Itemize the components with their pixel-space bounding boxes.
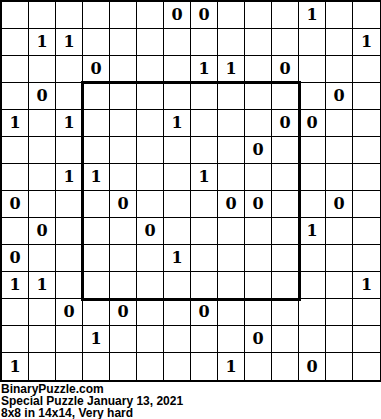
cell-r6c9[interactable]: [218, 137, 245, 164]
cell-r4c6[interactable]: [137, 83, 164, 110]
cell-r7c10[interactable]: [245, 164, 272, 191]
cell-r8c2[interactable]: [29, 191, 56, 218]
cell-r4c3[interactable]: [56, 83, 83, 110]
cell-r2c11[interactable]: [272, 29, 299, 56]
cell-r11c12[interactable]: [299, 272, 326, 299]
cell-r7c2[interactable]: [29, 164, 56, 191]
cell-r11c13[interactable]: [326, 272, 353, 299]
cell-r5c11: 0: [272, 110, 299, 137]
cell-r13c2[interactable]: [29, 326, 56, 353]
cell-r5c10[interactable]: [245, 110, 272, 137]
cell-r2c10[interactable]: [245, 29, 272, 56]
cell-r9c8[interactable]: [191, 218, 218, 245]
cell-r10c13[interactable]: [326, 245, 353, 272]
cell-r10c9[interactable]: [218, 245, 245, 272]
cell-r6c1[interactable]: [2, 137, 29, 164]
cell-r6c14[interactable]: [353, 137, 380, 164]
cell-r1c7: 0: [164, 2, 191, 29]
cell-r8c11[interactable]: [272, 191, 299, 218]
cell-r1c9[interactable]: [218, 2, 245, 29]
cell-r4c8[interactable]: [191, 83, 218, 110]
cell-r1c2[interactable]: [29, 2, 56, 29]
cell-r7c11[interactable]: [272, 164, 299, 191]
cell-r9c11[interactable]: [272, 218, 299, 245]
cell-r11c11[interactable]: [272, 272, 299, 299]
cell-r4c1[interactable]: [2, 83, 29, 110]
cell-r14c5[interactable]: [110, 353, 137, 380]
cell-r10c5[interactable]: [110, 245, 137, 272]
cell-r4c10[interactable]: [245, 83, 272, 110]
cell-r12c11[interactable]: [272, 299, 299, 326]
cell-r13c5[interactable]: [110, 326, 137, 353]
cell-r14c6[interactable]: [137, 353, 164, 380]
cell-r14c4[interactable]: [83, 353, 110, 380]
cell-r9c9[interactable]: [218, 218, 245, 245]
cell-r2c7[interactable]: [164, 29, 191, 56]
cell-r1c10[interactable]: [245, 2, 272, 29]
cell-r2c6[interactable]: [137, 29, 164, 56]
cell-r6c11[interactable]: [272, 137, 299, 164]
cell-r12c2[interactable]: [29, 299, 56, 326]
cell-r12c13[interactable]: [326, 299, 353, 326]
cell-r1c1[interactable]: [2, 2, 29, 29]
cell-r6c4[interactable]: [83, 137, 110, 164]
cell-r5c1: 1: [2, 110, 29, 137]
cell-r9c12: 1: [299, 218, 326, 245]
cell-r14c10[interactable]: [245, 353, 272, 380]
cell-r6c7[interactable]: [164, 137, 191, 164]
cell-r3c8: 1: [191, 56, 218, 83]
cell-r12c7[interactable]: [164, 299, 191, 326]
cell-r4c9[interactable]: [218, 83, 245, 110]
cell-r11c3[interactable]: [56, 272, 83, 299]
cell-r7c4: 1: [83, 164, 110, 191]
cell-r9c14[interactable]: [353, 218, 380, 245]
cell-r8c5: 0: [110, 191, 137, 218]
cell-r4c5[interactable]: [110, 83, 137, 110]
cell-r4c7[interactable]: [164, 83, 191, 110]
cell-r8c7[interactable]: [164, 191, 191, 218]
cell-r4c12[interactable]: [299, 83, 326, 110]
cell-r2c2: 1: [29, 29, 56, 56]
cell-r12c14[interactable]: [353, 299, 380, 326]
cell-r7c1[interactable]: [2, 164, 29, 191]
cell-r6c12[interactable]: [299, 137, 326, 164]
cell-r6c6[interactable]: [137, 137, 164, 164]
puzzle-page: 0011110110001110001110000000101111000101…: [0, 0, 381, 419]
cell-r1c8: 0: [191, 2, 218, 29]
cell-r10c6[interactable]: [137, 245, 164, 272]
cell-r10c8[interactable]: [191, 245, 218, 272]
cell-r1c3[interactable]: [56, 2, 83, 29]
cell-r14c11[interactable]: [272, 353, 299, 380]
cell-r14c2[interactable]: [29, 353, 56, 380]
cell-r2c9[interactable]: [218, 29, 245, 56]
cell-r3c1[interactable]: [2, 56, 29, 83]
cell-r6c10: 0: [245, 137, 272, 164]
cell-r9c5[interactable]: [110, 218, 137, 245]
cell-r3c5[interactable]: [110, 56, 137, 83]
cell-r4c2: 0: [29, 83, 56, 110]
cell-r7c6[interactable]: [137, 164, 164, 191]
cell-r5c4[interactable]: [83, 110, 110, 137]
cell-r8c13: 0: [326, 191, 353, 218]
cell-r9c13[interactable]: [326, 218, 353, 245]
cell-r14c7[interactable]: [164, 353, 191, 380]
cell-r10c12[interactable]: [299, 245, 326, 272]
cell-r12c9[interactable]: [218, 299, 245, 326]
cell-r10c2[interactable]: [29, 245, 56, 272]
cell-r11c7[interactable]: [164, 272, 191, 299]
cell-r7c5[interactable]: [110, 164, 137, 191]
cell-r8c12[interactable]: [299, 191, 326, 218]
cell-r3c13[interactable]: [326, 56, 353, 83]
cell-r11c9[interactable]: [218, 272, 245, 299]
cell-r1c6[interactable]: [137, 2, 164, 29]
cell-r5c14[interactable]: [353, 110, 380, 137]
cell-r5c3: 1: [56, 110, 83, 137]
cell-r11c14: 1: [353, 272, 380, 299]
cell-r9c4[interactable]: [83, 218, 110, 245]
cell-r2c1[interactable]: [2, 29, 29, 56]
cell-r5c9[interactable]: [218, 110, 245, 137]
cell-r9c7[interactable]: [164, 218, 191, 245]
cell-r9c3[interactable]: [56, 218, 83, 245]
cell-r13c1[interactable]: [2, 326, 29, 353]
cell-r9c1[interactable]: [2, 218, 29, 245]
cell-r11c8[interactable]: [191, 272, 218, 299]
cell-r7c14[interactable]: [353, 164, 380, 191]
cell-r12c3: 0: [56, 299, 83, 326]
cell-r8c6[interactable]: [137, 191, 164, 218]
cell-r13c9[interactable]: [218, 326, 245, 353]
cell-r14c12: 0: [299, 353, 326, 380]
binary-puzzle-board: 0011110110001110001110000000101111000101…: [0, 0, 381, 382]
cell-r13c12[interactable]: [299, 326, 326, 353]
cell-r13c13[interactable]: [326, 326, 353, 353]
cell-r12c1[interactable]: [2, 299, 29, 326]
cell-r2c13[interactable]: [326, 29, 353, 56]
cell-r12c5: 0: [110, 299, 137, 326]
cell-r3c14[interactable]: [353, 56, 380, 83]
cell-r11c4[interactable]: [83, 272, 110, 299]
cell-r5c7: 1: [164, 110, 191, 137]
cell-r2c12[interactable]: [299, 29, 326, 56]
cell-r8c4[interactable]: [83, 191, 110, 218]
cell-r1c4[interactable]: [83, 2, 110, 29]
cell-r13c3[interactable]: [56, 326, 83, 353]
cell-r12c6[interactable]: [137, 299, 164, 326]
cell-r5c8[interactable]: [191, 110, 218, 137]
cell-r4c14[interactable]: [353, 83, 380, 110]
cell-r8c10: 0: [245, 191, 272, 218]
cell-r12c10[interactable]: [245, 299, 272, 326]
cell-r5c2[interactable]: [29, 110, 56, 137]
cell-r1c5[interactable]: [110, 2, 137, 29]
cell-r7c3: 1: [56, 164, 83, 191]
cell-r14c3[interactable]: [56, 353, 83, 380]
cell-r3c10[interactable]: [245, 56, 272, 83]
cell-r3c4: 0: [83, 56, 110, 83]
cell-r11c1: 1: [2, 272, 29, 299]
cell-r4c13: 0: [326, 83, 353, 110]
cell-r10c3[interactable]: [56, 245, 83, 272]
cell-r11c5[interactable]: [110, 272, 137, 299]
cell-r5c12: 0: [299, 110, 326, 137]
cell-r1c14[interactable]: [353, 2, 380, 29]
cell-r14c1: 1: [2, 353, 29, 380]
cell-r14c8[interactable]: [191, 353, 218, 380]
cell-r6c3[interactable]: [56, 137, 83, 164]
cell-r7c8: 1: [191, 164, 218, 191]
cell-r10c10[interactable]: [245, 245, 272, 272]
cell-r3c11: 0: [272, 56, 299, 83]
cell-r13c10: 0: [245, 326, 272, 353]
caption-puzzle-spec: 8x8 in 14x14, Very hard: [1, 407, 381, 419]
cell-r2c5[interactable]: [110, 29, 137, 56]
caption: BinaryPuzzle.com Special Puzzle January …: [0, 382, 381, 419]
cell-r7c7[interactable]: [164, 164, 191, 191]
cell-r7c12[interactable]: [299, 164, 326, 191]
cell-r5c6[interactable]: [137, 110, 164, 137]
cell-r2c3: 1: [56, 29, 83, 56]
cell-r5c13[interactable]: [326, 110, 353, 137]
cell-r8c1: 0: [2, 191, 29, 218]
cell-r12c12[interactable]: [299, 299, 326, 326]
cell-r9c2: 0: [29, 218, 56, 245]
cell-r13c7[interactable]: [164, 326, 191, 353]
cell-r6c13[interactable]: [326, 137, 353, 164]
cell-r1c11[interactable]: [272, 2, 299, 29]
cell-r8c9: 0: [218, 191, 245, 218]
cell-r2c14: 1: [353, 29, 380, 56]
cell-r1c13[interactable]: [326, 2, 353, 29]
cell-r14c14[interactable]: [353, 353, 380, 380]
cell-r13c8[interactable]: [191, 326, 218, 353]
cell-r10c7: 1: [164, 245, 191, 272]
cell-r5c5[interactable]: [110, 110, 137, 137]
cell-r9c6: 0: [137, 218, 164, 245]
cell-r13c6[interactable]: [137, 326, 164, 353]
cell-r13c14[interactable]: [353, 326, 380, 353]
cell-r3c6[interactable]: [137, 56, 164, 83]
cell-r3c3[interactable]: [56, 56, 83, 83]
cell-r14c13[interactable]: [326, 353, 353, 380]
cell-r2c4[interactable]: [83, 29, 110, 56]
cell-r7c9[interactable]: [218, 164, 245, 191]
cell-r3c9: 1: [218, 56, 245, 83]
cell-r4c11[interactable]: [272, 83, 299, 110]
cell-r3c7[interactable]: [164, 56, 191, 83]
cell-r11c6[interactable]: [137, 272, 164, 299]
cell-r10c11[interactable]: [272, 245, 299, 272]
cell-r12c8: 0: [191, 299, 218, 326]
cell-r7c13[interactable]: [326, 164, 353, 191]
cell-r3c2[interactable]: [29, 56, 56, 83]
cell-r14c9: 1: [218, 353, 245, 380]
cell-r3c12[interactable]: [299, 56, 326, 83]
cell-r8c8[interactable]: [191, 191, 218, 218]
cell-r13c11[interactable]: [272, 326, 299, 353]
cell-r10c14[interactable]: [353, 245, 380, 272]
cell-r6c2[interactable]: [29, 137, 56, 164]
cell-r6c8[interactable]: [191, 137, 218, 164]
cell-r11c2: 1: [29, 272, 56, 299]
cell-r6c5[interactable]: [110, 137, 137, 164]
cell-r10c1: 0: [2, 245, 29, 272]
cell-r12c4[interactable]: [83, 299, 110, 326]
cell-r9c10[interactable]: [245, 218, 272, 245]
cell-r4c4[interactable]: [83, 83, 110, 110]
cell-r13c4: 1: [83, 326, 110, 353]
cell-r11c10[interactable]: [245, 272, 272, 299]
cell-r10c4[interactable]: [83, 245, 110, 272]
cell-r1c12: 1: [299, 2, 326, 29]
cell-r8c14[interactable]: [353, 191, 380, 218]
cell-r8c3[interactable]: [56, 191, 83, 218]
cell-r2c8[interactable]: [191, 29, 218, 56]
